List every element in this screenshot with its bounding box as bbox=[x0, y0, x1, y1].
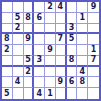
cell-r4c9-empty[interactable] bbox=[88, 34, 99, 45]
cell-r9c5-given: 1 bbox=[45, 88, 56, 99]
cell-r1c6-given: 4 bbox=[56, 2, 67, 13]
cell-r1c5-given: 2 bbox=[45, 2, 56, 13]
cell-r8c5-empty[interactable] bbox=[45, 77, 56, 88]
cell-r1c4-empty[interactable] bbox=[34, 2, 45, 13]
cell-r1c3-empty[interactable] bbox=[24, 2, 35, 13]
cell-r2c5-empty[interactable] bbox=[45, 13, 56, 24]
cell-r8c1-empty[interactable] bbox=[2, 77, 13, 88]
cell-r8c3-empty[interactable] bbox=[24, 77, 35, 88]
cell-r4c4-empty[interactable] bbox=[34, 34, 45, 45]
cell-r7c3-given: 2 bbox=[24, 67, 35, 78]
cell-r8c2-given: 4 bbox=[13, 77, 24, 88]
cell-r8c8-given: 8 bbox=[77, 77, 88, 88]
cell-r5c9-given: 1 bbox=[88, 45, 99, 56]
cell-r7c7-empty[interactable] bbox=[67, 67, 78, 78]
cell-r2c1-empty[interactable] bbox=[2, 13, 13, 24]
cell-r1c1-empty[interactable] bbox=[2, 2, 13, 13]
cell-r4c6-given: 7 bbox=[56, 34, 67, 45]
cell-r7c6-empty[interactable] bbox=[56, 67, 67, 78]
cell-r9c6-empty[interactable] bbox=[56, 88, 67, 99]
cell-r1c7-empty[interactable] bbox=[67, 2, 78, 13]
cell-r2c4-given: 6 bbox=[34, 13, 45, 24]
cell-r1c9-given: 9 bbox=[88, 2, 99, 13]
cell-r1c2-empty[interactable] bbox=[13, 2, 24, 13]
cell-r3c4-empty[interactable] bbox=[34, 24, 45, 35]
cell-r4c1-given: 8 bbox=[2, 34, 13, 45]
cell-r4c7-given: 5 bbox=[67, 34, 78, 45]
cell-r5c7-empty[interactable] bbox=[67, 45, 78, 56]
cell-r3c5-empty[interactable] bbox=[45, 24, 56, 35]
cell-r5c3-empty[interactable] bbox=[24, 45, 35, 56]
cell-r9c1-given: 5 bbox=[2, 88, 13, 99]
cell-r9c9-empty[interactable] bbox=[88, 88, 99, 99]
cell-r4c3-given: 9 bbox=[24, 34, 35, 45]
cell-r3c9-empty[interactable] bbox=[88, 24, 99, 35]
cell-r8c7-given: 6 bbox=[67, 77, 78, 88]
cell-r8c9-empty[interactable] bbox=[88, 77, 99, 88]
cell-r6c9-given: 7 bbox=[88, 56, 99, 67]
cell-r9c7-empty[interactable] bbox=[67, 88, 78, 99]
cell-r2c6-empty[interactable] bbox=[56, 13, 67, 24]
cell-r9c2-empty[interactable] bbox=[13, 88, 24, 99]
cell-r3c1-empty[interactable] bbox=[2, 24, 13, 35]
cell-r7c8-given: 4 bbox=[77, 67, 88, 78]
cell-r6c7-given: 8 bbox=[67, 56, 78, 67]
cell-r6c3-given: 5 bbox=[24, 56, 35, 67]
cell-r2c3-given: 8 bbox=[24, 13, 35, 24]
cell-r9c4-given: 4 bbox=[34, 88, 45, 99]
sudoku-board: 24958612389752915387244968541 bbox=[0, 0, 101, 101]
cell-r3c7-given: 3 bbox=[67, 24, 78, 35]
cell-r4c2-empty[interactable] bbox=[13, 34, 24, 45]
cell-r7c5-empty[interactable] bbox=[45, 67, 56, 78]
cell-r2c7-empty[interactable] bbox=[67, 13, 78, 24]
cell-r7c2-empty[interactable] bbox=[13, 67, 24, 78]
cell-r5c8-empty[interactable] bbox=[77, 45, 88, 56]
cell-r6c1-empty[interactable] bbox=[2, 56, 13, 67]
cell-r4c8-empty[interactable] bbox=[77, 34, 88, 45]
cell-r6c2-empty[interactable] bbox=[13, 56, 24, 67]
cell-r5c5-given: 9 bbox=[45, 45, 56, 56]
cell-r3c2-given: 2 bbox=[13, 24, 24, 35]
cell-r9c3-empty[interactable] bbox=[24, 88, 35, 99]
cell-r4c5-empty[interactable] bbox=[45, 34, 56, 45]
cell-r7c4-empty[interactable] bbox=[34, 67, 45, 78]
cell-r8c6-given: 9 bbox=[56, 77, 67, 88]
cell-r2c9-empty[interactable] bbox=[88, 13, 99, 24]
cell-r1c8-empty[interactable] bbox=[77, 2, 88, 13]
cell-r5c1-given: 2 bbox=[2, 45, 13, 56]
cell-r3c6-empty[interactable] bbox=[56, 24, 67, 35]
cell-r6c6-empty[interactable] bbox=[56, 56, 67, 67]
cell-r3c8-empty[interactable] bbox=[77, 24, 88, 35]
cell-r2c2-given: 5 bbox=[13, 13, 24, 24]
cell-r5c2-empty[interactable] bbox=[13, 45, 24, 56]
cell-r3c3-empty[interactable] bbox=[24, 24, 35, 35]
cell-r8c4-empty[interactable] bbox=[34, 77, 45, 88]
cell-r5c4-empty[interactable] bbox=[34, 45, 45, 56]
cell-r6c4-given: 3 bbox=[34, 56, 45, 67]
cell-r6c5-empty[interactable] bbox=[45, 56, 56, 67]
cell-r9c8-empty[interactable] bbox=[77, 88, 88, 99]
cell-r2c8-given: 1 bbox=[77, 13, 88, 24]
cell-r5c6-empty[interactable] bbox=[56, 45, 67, 56]
cell-r7c1-empty[interactable] bbox=[2, 67, 13, 78]
cell-r6c8-empty[interactable] bbox=[77, 56, 88, 67]
cell-r7c9-empty[interactable] bbox=[88, 67, 99, 78]
